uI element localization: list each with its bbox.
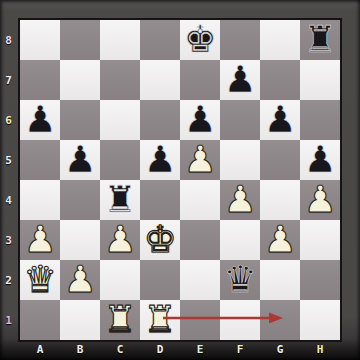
rank-label-3: 3: [0, 220, 17, 260]
square-b5[interactable]: ♟: [60, 140, 100, 180]
piece-black-pawn-b5[interactable]: ♟: [63, 141, 96, 178]
square-h5[interactable]: ♟: [300, 140, 340, 180]
piece-black-pawn-h5[interactable]: ♟: [303, 141, 336, 178]
square-a4[interactable]: [20, 180, 60, 220]
square-e5[interactable]: ♟: [180, 140, 220, 180]
rank-label-4: 4: [0, 180, 17, 220]
square-h2[interactable]: [300, 260, 340, 300]
square-a2[interactable]: ♛: [20, 260, 60, 300]
square-f1[interactable]: [220, 300, 260, 340]
square-g1[interactable]: [260, 300, 300, 340]
file-label-H: H: [300, 340, 340, 358]
square-b6[interactable]: [60, 100, 100, 140]
square-f5[interactable]: [220, 140, 260, 180]
file-label-G: G: [260, 340, 300, 358]
square-e1[interactable]: [180, 300, 220, 340]
piece-white-king-d3[interactable]: ♚: [143, 221, 176, 258]
rank-label-6: 6: [0, 100, 17, 140]
piece-white-pawn-e5[interactable]: ♟: [183, 141, 216, 178]
rank-label-7: 7: [0, 60, 17, 100]
piece-white-pawn-f4[interactable]: ♟: [223, 181, 256, 218]
square-e6[interactable]: ♟: [180, 100, 220, 140]
piece-black-pawn-d5[interactable]: ♟: [143, 141, 176, 178]
square-f8[interactable]: [220, 20, 260, 60]
square-f2[interactable]: ♛: [220, 260, 260, 300]
piece-white-queen-a2[interactable]: ♛: [23, 261, 56, 298]
piece-black-pawn-g6[interactable]: ♟: [263, 101, 296, 138]
square-f3[interactable]: [220, 220, 260, 260]
square-b8[interactable]: [60, 20, 100, 60]
square-b1[interactable]: [60, 300, 100, 340]
square-g3[interactable]: ♟: [260, 220, 300, 260]
square-b2[interactable]: ♟: [60, 260, 100, 300]
file-label-D: D: [140, 340, 180, 358]
rank-coordinates: 87654321: [0, 20, 17, 340]
square-a5[interactable]: [20, 140, 60, 180]
piece-white-pawn-c3[interactable]: ♟: [103, 221, 136, 258]
square-h7[interactable]: [300, 60, 340, 100]
rank-label-5: 5: [0, 140, 17, 180]
piece-white-pawn-h4[interactable]: ♟: [303, 181, 336, 218]
chess-board[interactable]: ♚♜♟♟♟♟♟♟♟♟♜♟♟♟♟♚♟♛♟♛♜♜: [18, 18, 342, 342]
file-label-E: E: [180, 340, 220, 358]
square-h6[interactable]: [300, 100, 340, 140]
square-d8[interactable]: [140, 20, 180, 60]
file-label-C: C: [100, 340, 140, 358]
file-label-F: F: [220, 340, 260, 358]
piece-white-pawn-a3[interactable]: ♟: [23, 221, 56, 258]
piece-white-pawn-b2[interactable]: ♟: [63, 261, 96, 298]
square-e7[interactable]: [180, 60, 220, 100]
chess-board-frame: 87654321 ♚♜♟♟♟♟♟♟♟♟♜♟♟♟♟♚♟♛♟♛♜♜ ABCDEFGH: [0, 0, 360, 360]
piece-white-pawn-g3[interactable]: ♟: [263, 221, 296, 258]
rank-label-1: 1: [0, 300, 17, 340]
square-c5[interactable]: [100, 140, 140, 180]
file-label-A: A: [20, 340, 60, 358]
square-e4[interactable]: [180, 180, 220, 220]
piece-black-rook-c4[interactable]: ♜: [103, 181, 136, 218]
square-f6[interactable]: [220, 100, 260, 140]
file-label-B: B: [60, 340, 100, 358]
piece-black-pawn-f7[interactable]: ♟: [223, 61, 256, 98]
square-g8[interactable]: [260, 20, 300, 60]
square-g5[interactable]: [260, 140, 300, 180]
rank-label-8: 8: [0, 20, 17, 60]
square-c3[interactable]: ♟: [100, 220, 140, 260]
square-c4[interactable]: ♜: [100, 180, 140, 220]
square-g7[interactable]: [260, 60, 300, 100]
square-c1[interactable]: ♜: [100, 300, 140, 340]
square-b3[interactable]: [60, 220, 100, 260]
square-b4[interactable]: [60, 180, 100, 220]
square-d4[interactable]: [140, 180, 180, 220]
file-coordinates: ABCDEFGH: [20, 340, 340, 358]
square-f7[interactable]: ♟: [220, 60, 260, 100]
square-d5[interactable]: ♟: [140, 140, 180, 180]
piece-black-pawn-e6[interactable]: ♟: [183, 101, 216, 138]
square-h3[interactable]: [300, 220, 340, 260]
square-g4[interactable]: [260, 180, 300, 220]
square-h4[interactable]: ♟: [300, 180, 340, 220]
square-g6[interactable]: ♟: [260, 100, 300, 140]
square-a7[interactable]: [20, 60, 60, 100]
square-c8[interactable]: [100, 20, 140, 60]
square-a1[interactable]: [20, 300, 60, 340]
piece-black-queen-f2[interactable]: ♛: [223, 261, 256, 298]
square-g2[interactable]: [260, 260, 300, 300]
square-d6[interactable]: [140, 100, 180, 140]
square-e2[interactable]: [180, 260, 220, 300]
piece-white-rook-c1[interactable]: ♜: [103, 301, 136, 338]
square-f4[interactable]: ♟: [220, 180, 260, 220]
square-h1[interactable]: [300, 300, 340, 340]
rank-label-2: 2: [0, 260, 17, 300]
square-a3[interactable]: ♟: [20, 220, 60, 260]
square-a8[interactable]: [20, 20, 60, 60]
square-d3[interactable]: ♚: [140, 220, 180, 260]
square-d2[interactable]: [140, 260, 180, 300]
square-e8[interactable]: ♚: [180, 20, 220, 60]
square-d1[interactable]: ♜: [140, 300, 180, 340]
square-e3[interactable]: [180, 220, 220, 260]
square-c7[interactable]: [100, 60, 140, 100]
piece-black-pawn-a6[interactable]: ♟: [23, 101, 56, 138]
square-b7[interactable]: [60, 60, 100, 100]
piece-black-king-e8[interactable]: ♚: [183, 21, 216, 58]
piece-black-rook-h8[interactable]: ♜: [303, 21, 336, 58]
square-c2[interactable]: [100, 260, 140, 300]
square-d7[interactable]: [140, 60, 180, 100]
square-a6[interactable]: ♟: [20, 100, 60, 140]
square-c6[interactable]: [100, 100, 140, 140]
piece-white-rook-d1[interactable]: ♜: [143, 301, 176, 338]
square-h8[interactable]: ♜: [300, 20, 340, 60]
